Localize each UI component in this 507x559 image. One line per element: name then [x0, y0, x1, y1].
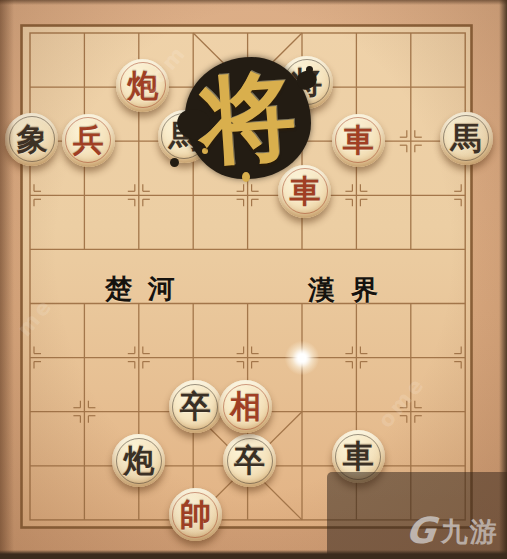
- piece-black-cannon[interactable]: 炮: [112, 434, 165, 487]
- ink-splash: [306, 66, 313, 73]
- jiuyou-logo-text: 九游: [441, 518, 499, 545]
- jiuyou-logo-mark: G: [405, 513, 438, 549]
- ink-splash: [170, 158, 179, 167]
- piece-red-elephant[interactable]: 相: [219, 380, 272, 433]
- piece-glyph: 相: [230, 391, 261, 422]
- piece-glyph: 炮: [123, 445, 154, 476]
- highlight-sparkle: [284, 340, 320, 376]
- piece-glyph: 車: [343, 125, 374, 156]
- river-label-left: 楚河: [105, 271, 191, 307]
- jiuyou-logo: G 九游: [406, 513, 499, 549]
- piece-glyph: 兵: [73, 125, 104, 156]
- piece-red-cannon[interactable]: 炮: [116, 59, 169, 112]
- check-banner-glyph: 将: [190, 62, 305, 177]
- piece-black-elephant[interactable]: 象: [5, 113, 58, 166]
- piece-glyph: 卒: [180, 391, 211, 422]
- piece-red-chariot[interactable]: 車: [332, 114, 385, 167]
- piece-glyph: 帥: [180, 499, 211, 530]
- piece-glyph: 卒: [234, 445, 265, 476]
- piece-glyph: 馬: [451, 123, 482, 154]
- piece-glyph: 象: [16, 124, 47, 155]
- river-label-right: 漢界: [308, 272, 394, 308]
- piece-black-horse[interactable]: 馬: [440, 112, 493, 165]
- piece-glyph: 車: [343, 441, 374, 472]
- xiangqi-board-screenshot: 楚河 漢界 将象馬馬卒炮卒車炮兵車車相帥 将 com me ome G 九游: [0, 0, 507, 559]
- piece-glyph: 炮: [127, 70, 158, 101]
- piece-red-general[interactable]: 帥: [169, 488, 222, 541]
- video-overlay-shade: G 九游: [327, 472, 507, 559]
- piece-red-soldier[interactable]: 兵: [62, 114, 115, 167]
- piece-black-soldier[interactable]: 卒: [223, 434, 276, 487]
- piece-black-soldier[interactable]: 卒: [169, 380, 222, 433]
